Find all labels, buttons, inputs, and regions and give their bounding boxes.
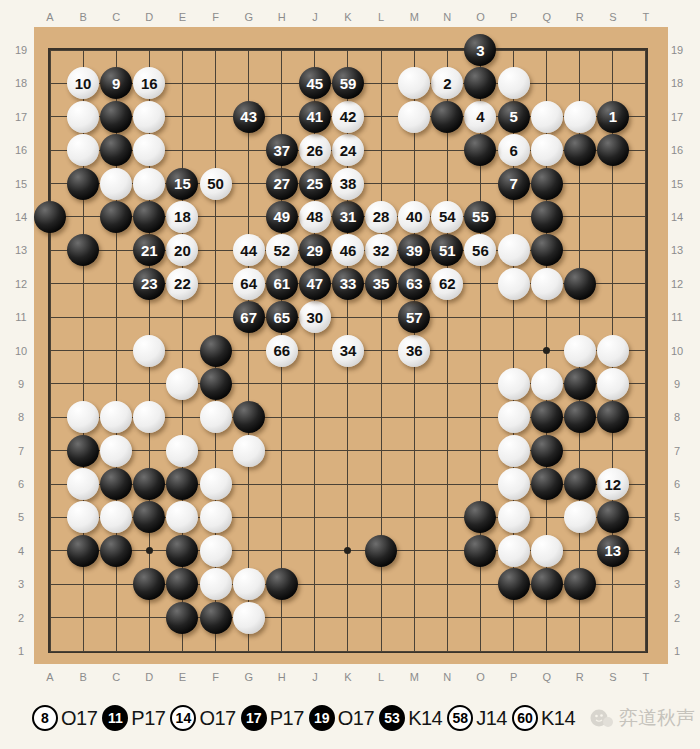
coord-label-left-1: 1 [18, 645, 24, 657]
coord-label-right-9: 9 [674, 378, 680, 390]
coord-label-top-L: L [378, 11, 384, 23]
stone-B17 [67, 101, 99, 133]
move-point-label: J14 [476, 707, 507, 730]
stone-J14: 48 [299, 201, 331, 233]
stone-C15 [100, 168, 132, 200]
stone-G13: 44 [233, 234, 265, 266]
coord-label-top-M: M [410, 11, 419, 23]
annotation-move-14: 14O17 [170, 705, 235, 731]
stone-G17: 43 [233, 101, 265, 133]
stone-F2 [200, 602, 232, 634]
stone-H12: 61 [266, 268, 298, 300]
stone-J17: 41 [299, 101, 331, 133]
stone-S17: 1 [597, 101, 629, 133]
stone-S16 [597, 134, 629, 166]
coord-label-bottom-O: O [476, 671, 485, 683]
stone-B4 [67, 535, 99, 567]
coord-label-left-13: 13 [15, 244, 27, 256]
coord-label-left-9: 9 [18, 378, 24, 390]
stone-Q12 [531, 268, 563, 300]
stone-Q7 [531, 435, 563, 467]
coord-label-left-11: 11 [15, 311, 26, 323]
stone-B7 [67, 435, 99, 467]
coord-label-right-8: 8 [674, 411, 680, 423]
stone-S6: 12 [597, 468, 629, 500]
stone-F9 [200, 368, 232, 400]
coord-label-top-E: E [179, 11, 186, 23]
coord-label-right-1: 1 [674, 645, 680, 657]
stone-Q15 [531, 168, 563, 200]
stone-N12: 62 [431, 268, 463, 300]
move-point-label: O17 [61, 707, 97, 730]
coord-label-top-K: K [344, 11, 351, 23]
coord-label-bottom-C: C [112, 671, 120, 683]
stone-G8 [233, 401, 265, 433]
stone-F5 [200, 501, 232, 533]
coord-label-left-6: 6 [18, 478, 24, 490]
stone-J16: 26 [299, 134, 331, 166]
stone-R12 [564, 268, 596, 300]
coord-label-bottom-Q: Q [542, 671, 551, 683]
stone-F8 [200, 401, 232, 433]
coord-label-right-12: 12 [671, 278, 683, 290]
stone-H13: 52 [266, 234, 298, 266]
stone-L14: 28 [365, 201, 397, 233]
stone-H15: 27 [266, 168, 298, 200]
move-point-label: O17 [199, 707, 235, 730]
annotation-move-60: 60K14 [512, 705, 575, 731]
stone-H11: 65 [266, 301, 298, 333]
stone-P4 [498, 535, 530, 567]
stone-F15: 50 [200, 168, 232, 200]
coord-label-left-14: 14 [15, 211, 27, 223]
coord-label-top-G: G [244, 11, 253, 23]
move-point-label: P17 [131, 707, 165, 730]
stone-C14 [100, 201, 132, 233]
stone-A14 [34, 201, 66, 233]
stone-G2 [233, 602, 265, 634]
annotation-move-53: 53K14 [379, 705, 442, 731]
stone-K14: 31 [332, 201, 364, 233]
coord-label-top-C: C [112, 11, 120, 23]
stone-S10 [597, 335, 629, 367]
stone-K17: 42 [332, 101, 364, 133]
stone-P5 [498, 501, 530, 533]
coord-label-bottom-B: B [79, 671, 86, 683]
stone-R17 [564, 101, 596, 133]
stone-Q3 [531, 568, 563, 600]
stone-L4 [365, 535, 397, 567]
stone-S8 [597, 401, 629, 433]
stone-N17 [431, 101, 463, 133]
grid-line-v [447, 50, 448, 651]
coord-label-bottom-E: E [179, 671, 186, 683]
stone-M10: 36 [398, 335, 430, 367]
move-number-badge: 19 [309, 705, 335, 731]
coord-label-left-10: 10 [15, 345, 27, 357]
coord-label-left-4: 4 [18, 545, 24, 557]
stone-G7 [233, 435, 265, 467]
move-point-label: O17 [338, 707, 374, 730]
move-annotations-bar: 8O1711P1714O1717P1719O1753K1458J1460K14 … [32, 697, 695, 739]
coord-label-bottom-M: M [410, 671, 419, 683]
stone-F6 [200, 468, 232, 500]
coord-label-right-2: 2 [674, 612, 680, 624]
stone-B15 [67, 168, 99, 200]
coord-label-top-A: A [46, 11, 53, 23]
stone-E15: 15 [166, 168, 198, 200]
coord-label-left-18: 18 [15, 77, 27, 89]
stone-G12: 64 [233, 268, 265, 300]
move-number-badge: 60 [512, 705, 538, 731]
coord-label-bottom-R: R [576, 671, 584, 683]
coord-label-left-3: 3 [18, 578, 24, 590]
stone-Q6 [531, 468, 563, 500]
coord-label-bottom-A: A [46, 671, 53, 683]
coord-label-right-13: 13 [671, 244, 683, 256]
stone-F4 [200, 535, 232, 567]
stone-E7 [166, 435, 198, 467]
stone-M12: 63 [398, 268, 430, 300]
move-point-label: K14 [541, 707, 575, 730]
coord-label-bottom-N: N [443, 671, 451, 683]
stone-D12: 23 [133, 268, 165, 300]
annotation-move-11: 11P17 [102, 705, 165, 731]
coord-label-bottom-L: L [378, 671, 384, 683]
coord-label-top-B: B [79, 11, 86, 23]
coord-label-top-D: D [145, 11, 153, 23]
annotation-move-17: 17P17 [241, 705, 304, 731]
logo-text: 弈道秋声 [619, 705, 695, 731]
stone-G3 [233, 568, 265, 600]
grid-line-h [50, 651, 646, 652]
grid-line-h [50, 617, 646, 618]
stone-H14: 49 [266, 201, 298, 233]
coord-label-bottom-J: J [312, 671, 318, 683]
coord-label-right-16: 16 [671, 144, 683, 156]
stone-R6 [564, 468, 596, 500]
coord-label-left-8: 8 [18, 411, 24, 423]
stone-J15: 25 [299, 168, 331, 200]
stone-K10: 34 [332, 335, 364, 367]
stone-H16: 37 [266, 134, 298, 166]
stone-C17 [100, 101, 132, 133]
move-number-badge: 17 [241, 705, 267, 731]
stone-B6 [67, 468, 99, 500]
move-point-label: P17 [270, 707, 304, 730]
stone-D10 [133, 335, 165, 367]
move-annotations: 8O1711P1714O1717P1719O1753K1458J1460K14 [32, 705, 575, 731]
coord-label-right-17: 17 [671, 111, 683, 123]
coord-label-right-6: 6 [674, 478, 680, 490]
stone-M14: 40 [398, 201, 430, 233]
stone-Q14 [531, 201, 563, 233]
go-diagram-page: 1234567910121315161820212223242526272829… [0, 0, 700, 749]
stone-H3 [266, 568, 298, 600]
grid-line-v [645, 50, 646, 651]
move-number-badge: 14 [170, 705, 196, 731]
coord-label-top-O: O [476, 11, 485, 23]
coord-label-right-15: 15 [671, 178, 683, 190]
coord-label-top-S: S [609, 11, 616, 23]
coord-label-left-16: 16 [15, 144, 27, 156]
coord-label-left-2: 2 [18, 612, 24, 624]
coord-label-right-4: 4 [674, 545, 680, 557]
move-number-badge: 11 [102, 705, 128, 731]
stone-S4: 13 [597, 535, 629, 567]
coord-label-right-3: 3 [674, 578, 680, 590]
coord-label-top-T: T [643, 11, 650, 23]
coord-label-left-19: 19 [15, 44, 27, 56]
stone-C7 [100, 435, 132, 467]
annotation-move-8: 8O17 [32, 705, 97, 731]
coord-label-top-J: J [312, 11, 318, 23]
coord-label-bottom-H: H [278, 671, 286, 683]
coord-label-left-17: 17 [15, 111, 27, 123]
stone-K16: 24 [332, 134, 364, 166]
coord-label-right-5: 5 [674, 511, 680, 523]
coord-label-bottom-G: G [244, 671, 253, 683]
coord-label-right-7: 7 [674, 445, 680, 457]
coord-label-bottom-P: P [510, 671, 517, 683]
stone-K15: 38 [332, 168, 364, 200]
coord-label-right-14: 14 [671, 211, 683, 223]
stone-C4 [100, 535, 132, 567]
coord-label-left-5: 5 [18, 511, 24, 523]
coord-label-left-15: 15 [15, 178, 27, 190]
stone-Q8 [531, 401, 563, 433]
stone-E12: 22 [166, 268, 198, 300]
stone-K12: 33 [332, 268, 364, 300]
stone-F3 [200, 568, 232, 600]
coord-label-top-N: N [443, 11, 451, 23]
stone-R5 [564, 501, 596, 533]
stone-M17 [398, 101, 430, 133]
stone-O17: 4 [464, 101, 496, 133]
stone-D17 [133, 101, 165, 133]
stone-R16 [564, 134, 596, 166]
coord-label-top-R: R [576, 11, 584, 23]
annotation-move-19: 19O17 [309, 705, 374, 731]
stone-P13 [498, 234, 530, 266]
stone-P6 [498, 468, 530, 500]
coord-label-right-19: 19 [671, 44, 683, 56]
move-number-badge: 8 [32, 705, 58, 731]
stone-E2 [166, 602, 198, 634]
stone-Q16 [531, 134, 563, 166]
stone-D15 [133, 168, 165, 200]
stone-P18 [498, 67, 530, 99]
logo-icon [589, 706, 615, 730]
stone-P7 [498, 435, 530, 467]
coord-label-bottom-D: D [145, 671, 153, 683]
coord-label-left-12: 12 [15, 278, 27, 290]
logo: 弈道秋声 [589, 705, 695, 731]
stone-P12 [498, 268, 530, 300]
coord-label-left-7: 7 [18, 445, 24, 457]
stone-P15: 7 [498, 168, 530, 200]
coord-label-bottom-S: S [609, 671, 616, 683]
stone-P9 [498, 368, 530, 400]
stone-R9 [564, 368, 596, 400]
stone-J13: 29 [299, 234, 331, 266]
stone-P16: 6 [498, 134, 530, 166]
move-number-badge: 58 [447, 705, 473, 731]
stone-P17: 5 [498, 101, 530, 133]
stone-Q13 [531, 234, 563, 266]
stone-R3 [564, 568, 596, 600]
coord-label-bottom-F: F [212, 671, 219, 683]
stone-Q17 [531, 101, 563, 133]
coord-label-top-H: H [278, 11, 286, 23]
coord-label-top-Q: Q [542, 11, 551, 23]
move-point-label: K14 [408, 707, 442, 730]
stone-P8 [498, 401, 530, 433]
stone-J11: 30 [299, 301, 331, 333]
coord-label-right-18: 18 [671, 77, 683, 89]
stone-L12: 35 [365, 268, 397, 300]
coord-label-bottom-T: T [643, 671, 650, 683]
coord-label-right-10: 10 [671, 345, 683, 357]
move-number-badge: 53 [379, 705, 405, 731]
stone-H10: 66 [266, 335, 298, 367]
stone-G11: 67 [233, 301, 265, 333]
annotation-move-58: 58J14 [447, 705, 507, 731]
stone-P3 [498, 568, 530, 600]
coord-label-bottom-K: K [344, 671, 351, 683]
stone-Q9 [531, 368, 563, 400]
coord-label-top-P: P [510, 11, 517, 23]
stone-Q4 [531, 535, 563, 567]
stone-J12: 47 [299, 268, 331, 300]
stone-S9 [597, 368, 629, 400]
coord-label-right-11: 11 [671, 311, 682, 323]
stone-R10 [564, 335, 596, 367]
coord-label-top-F: F [212, 11, 219, 23]
stone-F10 [200, 335, 232, 367]
stone-R8 [564, 401, 596, 433]
